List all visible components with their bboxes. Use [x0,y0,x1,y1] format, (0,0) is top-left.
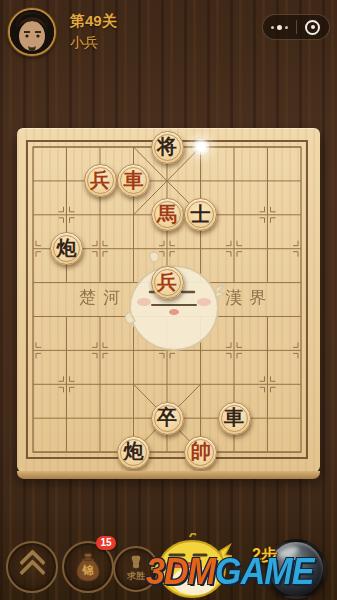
piece-black-卒[interactable]: 卒 [151,402,184,435]
more-dots-icon[interactable] [263,15,296,39]
piece-black-車[interactable]: 車 [218,402,251,435]
seek-win-button[interactable]: 求胜 [113,546,159,592]
piece-black-炮[interactable]: 炮 [50,232,83,265]
piece-red-兵[interactable]: 兵 [151,266,184,299]
steps-remaining: 2步 [252,545,277,566]
miniprogram-capsule [262,14,330,40]
piece-red-兵[interactable]: 兵 [84,164,117,197]
piece-red-馬[interactable]: 馬 [151,198,184,231]
praying-hands-icon [131,556,141,569]
expand-menu-button[interactable] [6,541,58,593]
piece-black-将[interactable]: 将 [151,131,184,164]
seek-win-label: 求胜 [127,570,145,583]
player-avatar[interactable] [8,8,56,56]
piece-black-炮[interactable]: 炮 [117,436,150,469]
hint-bag-icon: 锦 [72,551,104,583]
capsule-circle-icon[interactable] [297,15,330,39]
mascot-chick-toolbar [150,533,232,599]
svg-text:锦: 锦 [82,564,94,577]
level-subtitle: 小兵 [70,34,98,52]
xiangqi-board[interactable]: 楚河 漢界 将兵車馬士炮兵卒車炮帥 [17,128,320,472]
piece-red-帥[interactable]: 帥 [184,436,217,469]
avatar-face-icon [10,10,54,54]
hint-count-badge: 15 [96,536,116,550]
level-label: 第49关 [70,12,117,31]
expand-up-icon [23,553,42,582]
